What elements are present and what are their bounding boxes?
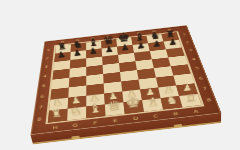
piece-black-pawn[interactable]: ♟ bbox=[117, 43, 134, 53]
piece-white-rook[interactable]: ♜ bbox=[46, 108, 67, 120]
square-f8[interactable]: ♝ bbox=[86, 104, 105, 118]
piece-black-pawn[interactable]: ♟ bbox=[69, 48, 86, 58]
chess-set: HGFEDCBA HGFEDCBA 12345678 12345678 ♜♞♝♛… bbox=[30, 25, 221, 135]
piece-black-pawn[interactable]: ♟ bbox=[53, 50, 70, 60]
piece-white-king[interactable]: ♚ bbox=[123, 95, 144, 111]
piece-black-pawn[interactable]: ♟ bbox=[85, 46, 102, 56]
piece-black-pawn[interactable]: ♟ bbox=[149, 39, 165, 49]
board-perspective-wrapper: HGFEDCBA HGFEDCBA 12345678 12345678 ♜♞♝♛… bbox=[0, 0, 240, 150]
square-f3[interactable] bbox=[86, 56, 102, 66]
square-h8[interactable]: ♜ bbox=[48, 109, 68, 123]
piece-black-pawn[interactable]: ♟ bbox=[101, 45, 118, 55]
piece-white-rook[interactable]: ♜ bbox=[181, 92, 200, 104]
piece-black-pawn[interactable]: ♟ bbox=[133, 41, 150, 51]
square-b8[interactable]: ♞ bbox=[161, 96, 183, 109]
square-c8[interactable]: ♝ bbox=[142, 98, 163, 112]
square-c3[interactable] bbox=[134, 51, 152, 61]
piece-white-bishop[interactable]: ♝ bbox=[143, 95, 163, 109]
square-g8[interactable]: ♞ bbox=[67, 107, 86, 121]
hinge-icon bbox=[71, 136, 80, 140]
hinge-icon bbox=[174, 124, 182, 128]
square-d8[interactable]: ♚ bbox=[123, 100, 144, 114]
piece-white-queen[interactable]: ♛ bbox=[104, 98, 125, 113]
piece-white-knight[interactable]: ♞ bbox=[65, 105, 86, 118]
piece-white-knight[interactable]: ♞ bbox=[162, 94, 182, 107]
square-a8[interactable]: ♜ bbox=[179, 94, 201, 107]
piece-black-pawn[interactable]: ♟ bbox=[165, 37, 181, 47]
rank-label: 8 bbox=[33, 112, 46, 126]
piece-white-bishop[interactable]: ♝ bbox=[84, 102, 105, 116]
square-e8[interactable]: ♛ bbox=[105, 102, 125, 116]
